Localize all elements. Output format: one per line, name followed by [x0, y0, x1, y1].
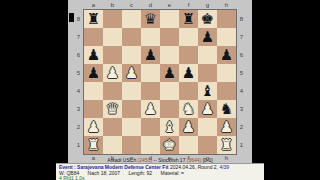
square-b4[interactable]: [103, 82, 122, 100]
square-b5[interactable]: ♟: [103, 64, 122, 82]
square-g1[interactable]: [198, 136, 217, 154]
game-date: Nach 18, 2007: [88, 170, 121, 176]
square-a2[interactable]: ♟: [84, 118, 103, 136]
square-b7[interactable]: [103, 28, 122, 46]
square-b8[interactable]: [103, 10, 122, 28]
caption-box: Event : Sarajevana Modern Defense Center…: [56, 163, 264, 180]
square-f2[interactable]: ♟: [179, 118, 198, 136]
coord-label-4: 4: [238, 82, 245, 100]
black-pawn: ♟: [182, 66, 195, 81]
black-rook: ♜: [182, 12, 195, 27]
square-g6[interactable]: [198, 46, 217, 64]
square-h7[interactable]: [217, 28, 236, 46]
square-f3[interactable]: ♞: [179, 100, 198, 118]
square-d8[interactable]: ♛: [141, 10, 160, 28]
square-g2[interactable]: [198, 118, 217, 136]
engine-eval: 4 Rfd1 1.0s: [59, 175, 85, 180]
white-pawn: ♟: [182, 120, 195, 135]
black-pawn: ♟: [163, 66, 176, 81]
coord-label-2: 2: [75, 118, 82, 136]
chessboard: ♜♛♜♚♟♟♟♟♟♟♟♟♟♝♛♟♞♟♞♟♝♟♟♜♚♜: [83, 9, 237, 155]
square-c6[interactable]: [122, 46, 141, 64]
black-rook: ♜: [87, 12, 100, 27]
coord-label-6: 6: [75, 46, 82, 64]
square-a8[interactable]: ♜: [84, 10, 103, 28]
square-a7[interactable]: [84, 28, 103, 46]
white-queen: ♛: [106, 102, 119, 117]
white-pawn: ♟: [125, 66, 138, 81]
coord-label-1: 1: [75, 136, 82, 154]
coord-label-5: 5: [238, 64, 245, 82]
square-e5[interactable]: ♟: [160, 64, 179, 82]
coord-label-3: 3: [238, 100, 245, 118]
black-pawn: ♟: [144, 48, 157, 63]
square-c4[interactable]: [122, 82, 141, 100]
square-g7[interactable]: ♟: [198, 28, 217, 46]
square-d4[interactable]: [141, 82, 160, 100]
square-h1[interactable]: ♜: [217, 136, 236, 154]
square-c1[interactable]: [122, 136, 141, 154]
white-pawn: ♟: [201, 102, 214, 117]
coord-label-3: 3: [75, 100, 82, 118]
square-h4[interactable]: [217, 82, 236, 100]
white-bishop: ♝: [163, 120, 176, 135]
white-pawn: ♟: [144, 102, 157, 117]
coord-label-5: 5: [75, 64, 82, 82]
square-c7[interactable]: [122, 28, 141, 46]
coord-label-a: a: [84, 2, 103, 8]
game-length: Length: 92: [129, 170, 153, 176]
file-labels-top: abcdefgh: [84, 2, 236, 8]
rank-labels-left: 87654321: [75, 10, 82, 154]
square-d6[interactable]: ♟: [141, 46, 160, 64]
square-d5[interactable]: [141, 64, 160, 82]
coord-label-8: 8: [238, 10, 245, 28]
square-e7[interactable]: [160, 28, 179, 46]
square-b6[interactable]: [103, 46, 122, 64]
chessboard-panel: abcdefgh 87654321 87654321 ♜♛♜♚♟♟♟♟♟♟♟♟♟…: [68, 0, 252, 163]
black-to-move-indicator: [69, 13, 74, 22]
black-bishop: ♝: [201, 84, 214, 99]
square-a1[interactable]: ♜: [84, 136, 103, 154]
square-g5[interactable]: [198, 64, 217, 82]
square-d7[interactable]: [141, 28, 160, 46]
square-b1[interactable]: [103, 136, 122, 154]
white-pawn: ♟: [87, 120, 100, 135]
coord-label-e: e: [160, 2, 179, 8]
square-a6[interactable]: ♟: [84, 46, 103, 64]
video-frame: abcdefgh 87654321 87654321 ♜♛♜♚♟♟♟♟♟♟♟♟♟…: [0, 0, 320, 180]
square-h8[interactable]: [217, 10, 236, 28]
square-f1[interactable]: [179, 136, 198, 154]
black-pawn: ♟: [87, 66, 100, 81]
coord-label-b: b: [103, 2, 122, 8]
coord-label-c: c: [122, 2, 141, 8]
square-f6[interactable]: [179, 46, 198, 64]
black-pawn: ♟: [87, 48, 100, 63]
square-c5[interactable]: ♟: [122, 64, 141, 82]
coord-label-1: 1: [238, 136, 245, 154]
square-b3[interactable]: ♛: [103, 100, 122, 118]
square-e1[interactable]: ♚: [160, 136, 179, 154]
square-f4[interactable]: [179, 82, 198, 100]
square-g8[interactable]: ♚: [198, 10, 217, 28]
coord-label-7: 7: [238, 28, 245, 46]
square-f7[interactable]: [179, 28, 198, 46]
square-c8[interactable]: [122, 10, 141, 28]
square-c2[interactable]: [122, 118, 141, 136]
white-pawn: ♟: [106, 66, 119, 81]
black-pawn: ♟: [201, 30, 214, 45]
coord-label-f: f: [179, 2, 198, 8]
square-g4[interactable]: ♝: [198, 82, 217, 100]
white-rook: ♜: [220, 138, 233, 153]
square-e8[interactable]: [160, 10, 179, 28]
square-f5[interactable]: ♟: [179, 64, 198, 82]
black-queen: ♛: [144, 12, 157, 27]
black-knight: ♞: [220, 102, 233, 117]
square-b2[interactable]: [103, 118, 122, 136]
square-d2[interactable]: [141, 118, 160, 136]
coord-label-7: 7: [75, 28, 82, 46]
square-a3[interactable]: [84, 100, 103, 118]
square-d1[interactable]: [141, 136, 160, 154]
square-a4[interactable]: [84, 82, 103, 100]
material-balance: Material: =: [161, 170, 184, 176]
square-g3[interactable]: ♟: [198, 100, 217, 118]
white-king: ♚: [163, 138, 176, 153]
square-e6[interactable]: [160, 46, 179, 64]
white-knight: ♞: [182, 102, 195, 117]
square-e3[interactable]: [160, 100, 179, 118]
square-a5[interactable]: ♟: [84, 64, 103, 82]
square-h3[interactable]: ♞: [217, 100, 236, 118]
coord-label-6: 6: [238, 46, 245, 64]
coord-label-8: 8: [75, 10, 82, 28]
square-c3[interactable]: [122, 100, 141, 118]
rank-labels-right: 87654321: [238, 10, 245, 154]
square-f8[interactable]: ♜: [179, 10, 198, 28]
square-e2[interactable]: ♝: [160, 118, 179, 136]
square-d3[interactable]: ♟: [141, 100, 160, 118]
event-score: 4/39: [219, 164, 229, 170]
coord-label-d: d: [141, 2, 160, 8]
square-h6[interactable]: ♟: [217, 46, 236, 64]
black-pawn: ♟: [220, 48, 233, 63]
square-h2[interactable]: ♟: [217, 118, 236, 136]
white-rook: ♜: [87, 138, 100, 153]
coord-label-2: 2: [238, 118, 245, 136]
coord-label-4: 4: [75, 82, 82, 100]
white-pawn: ♟: [220, 120, 233, 135]
square-e4[interactable]: [160, 82, 179, 100]
coord-label-g: g: [198, 2, 217, 8]
engine-eval-line: 4 Rfd1 1.0s: [59, 176, 261, 180]
square-h5[interactable]: [217, 64, 236, 82]
black-king: ♚: [201, 12, 214, 27]
coord-label-h: h: [217, 2, 236, 8]
